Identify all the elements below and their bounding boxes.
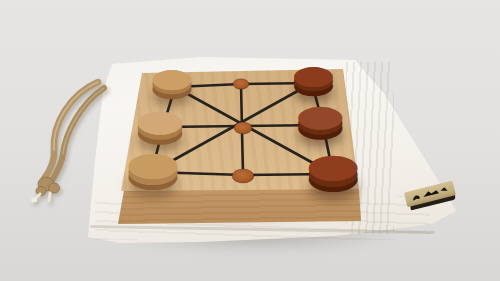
point-a3[interactable]: ● [140, 60, 212, 104]
piece-dark[interactable]: ● [305, 154, 361, 178]
drawstring-rope [20, 58, 140, 203]
piece-light[interactable]: ● [150, 69, 195, 88]
point-c2[interactable]: ● [283, 104, 355, 148]
piece-dark[interactable]: ● [291, 66, 336, 85]
piece-dark[interactable]: ● [295, 105, 346, 127]
point-b2[interactable] [212, 104, 284, 148]
point-a1[interactable]: ● [140, 149, 212, 195]
piece-light[interactable]: ● [135, 110, 186, 132]
point-a2[interactable]: ● [140, 104, 212, 148]
point-b1[interactable] [212, 149, 284, 195]
point-b3[interactable] [212, 60, 284, 104]
scene: ● ● ● ● ● ● [0, 0, 500, 281]
point-c1[interactable]: ● [283, 149, 355, 195]
points-grid: ● ● ● ● ● ● [140, 60, 355, 195]
